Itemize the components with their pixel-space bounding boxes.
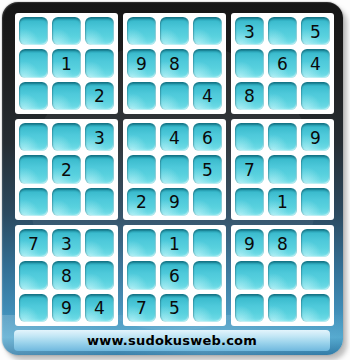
cell-r5c6[interactable]: 5 [193, 155, 222, 183]
cell-r1c8[interactable] [268, 17, 297, 45]
cell-r9c8[interactable] [268, 294, 297, 322]
cell-digit: 9 [136, 56, 147, 73]
cell-r5c2[interactable]: 2 [52, 155, 81, 183]
cell-digit: 5 [169, 300, 180, 317]
cell-r1c1[interactable] [19, 17, 48, 45]
cell-r3c5[interactable] [160, 82, 189, 110]
cell-r4c7[interactable] [235, 123, 264, 151]
cell-digit: 9 [310, 130, 321, 147]
cell-r2c6[interactable] [193, 49, 222, 77]
cell-r5c8[interactable] [268, 155, 297, 183]
cell-r3c6[interactable]: 4 [193, 82, 222, 110]
cell-digit: 8 [277, 236, 288, 253]
cell-digit: 8 [169, 56, 180, 73]
cell-r1c6[interactable] [193, 17, 222, 45]
cell-r9c1[interactable] [19, 294, 48, 322]
cell-r1c3[interactable] [85, 17, 114, 45]
cell-r4c9[interactable]: 9 [301, 123, 330, 151]
cell-r3c7[interactable]: 8 [235, 82, 264, 110]
cell-r5c4[interactable] [127, 155, 156, 183]
cell-r9c6[interactable] [193, 294, 222, 322]
cell-r3c4[interactable] [127, 82, 156, 110]
cell-r8c3[interactable] [85, 261, 114, 289]
cell-r2c4[interactable]: 9 [127, 49, 156, 77]
cell-r8c2[interactable]: 8 [52, 261, 81, 289]
cell-r1c5[interactable] [160, 17, 189, 45]
cell-digit: 9 [169, 194, 180, 211]
cell-r7c2[interactable]: 3 [52, 229, 81, 257]
cell-r6c3[interactable] [85, 188, 114, 216]
cell-digit: 9 [244, 236, 255, 253]
box-8: 1675 [123, 225, 226, 326]
cell-r8c5[interactable]: 6 [160, 261, 189, 289]
cell-r1c7[interactable]: 3 [235, 17, 264, 45]
cell-r1c9[interactable]: 5 [301, 17, 330, 45]
cell-r8c6[interactable] [193, 261, 222, 289]
cell-r5c9[interactable] [301, 155, 330, 183]
footer-band: www.sudokusweb.com [14, 330, 330, 351]
cell-r7c6[interactable] [193, 229, 222, 257]
cell-r3c1[interactable] [19, 82, 48, 110]
cell-digit: 6 [202, 130, 213, 147]
cell-r6c9[interactable] [301, 188, 330, 216]
cell-r8c8[interactable] [268, 261, 297, 289]
cell-r9c4[interactable]: 7 [127, 294, 156, 322]
cell-r7c4[interactable] [127, 229, 156, 257]
cell-r3c2[interactable] [52, 82, 81, 110]
cell-r4c4[interactable] [127, 123, 156, 151]
cell-r9c5[interactable]: 5 [160, 294, 189, 322]
cell-r7c5[interactable]: 1 [160, 229, 189, 257]
box-7: 73894 [15, 225, 118, 326]
cell-r5c7[interactable]: 7 [235, 155, 264, 183]
cell-r6c5[interactable]: 9 [160, 188, 189, 216]
cell-digit: 8 [244, 88, 255, 105]
cell-r3c9[interactable] [301, 82, 330, 110]
board-boxes: 1298435648324652997173894167598 [15, 13, 334, 326]
cell-r2c8[interactable]: 6 [268, 49, 297, 77]
cell-digit: 3 [61, 236, 72, 253]
cell-digit: 5 [202, 162, 213, 179]
cell-digit: 1 [277, 194, 288, 211]
cell-digit: 7 [136, 300, 147, 317]
cell-r5c1[interactable] [19, 155, 48, 183]
cell-r2c1[interactable] [19, 49, 48, 77]
cell-digit: 4 [202, 88, 213, 105]
cell-r8c7[interactable] [235, 261, 264, 289]
cell-r5c5[interactable] [160, 155, 189, 183]
cell-r9c7[interactable] [235, 294, 264, 322]
cell-digit: 2 [136, 194, 147, 211]
cell-r6c8[interactable]: 1 [268, 188, 297, 216]
cell-digit: 5 [310, 24, 321, 41]
cell-r7c1[interactable]: 7 [19, 229, 48, 257]
cell-digit: 4 [169, 130, 180, 147]
cell-digit: 2 [61, 162, 72, 179]
cell-r4c1[interactable] [19, 123, 48, 151]
cell-r9c9[interactable] [301, 294, 330, 322]
cell-r6c7[interactable] [235, 188, 264, 216]
cell-r6c6[interactable] [193, 188, 222, 216]
box-3: 35648 [231, 13, 334, 114]
cell-r2c5[interactable]: 8 [160, 49, 189, 77]
cell-r4c6[interactable]: 6 [193, 123, 222, 151]
site-url: www.sudokusweb.com [87, 333, 257, 348]
cell-r7c9[interactable] [301, 229, 330, 257]
cell-digit: 3 [94, 130, 105, 147]
box-2: 984 [123, 13, 226, 114]
box-4: 32 [15, 119, 118, 220]
cell-r3c3[interactable]: 2 [85, 82, 114, 110]
box-9: 98 [231, 225, 334, 326]
cell-digit: 1 [61, 56, 72, 73]
cell-r9c3[interactable]: 4 [85, 294, 114, 322]
cell-digit: 6 [277, 56, 288, 73]
cell-r8c1[interactable] [19, 261, 48, 289]
cell-digit: 4 [310, 56, 321, 73]
cell-r4c3[interactable]: 3 [85, 123, 114, 151]
cell-r3c8[interactable] [268, 82, 297, 110]
cell-r6c1[interactable] [19, 188, 48, 216]
cell-r8c4[interactable] [127, 261, 156, 289]
cell-r8c9[interactable] [301, 261, 330, 289]
cell-digit: 7 [28, 236, 39, 253]
cell-digit: 4 [94, 300, 105, 317]
cell-r9c2[interactable]: 9 [52, 294, 81, 322]
cell-r1c2[interactable] [52, 17, 81, 45]
cell-digit: 3 [244, 24, 255, 41]
cell-r2c7[interactable] [235, 49, 264, 77]
cell-r7c7[interactable]: 9 [235, 229, 264, 257]
cell-digit: 2 [94, 88, 105, 105]
cell-r7c3[interactable] [85, 229, 114, 257]
sudoku-board: 1298435648324652997173894167598 www.sudo… [2, 2, 343, 355]
box-5: 46529 [123, 119, 226, 220]
cell-r2c3[interactable] [85, 49, 114, 77]
cell-digit: 8 [61, 268, 72, 285]
cell-r6c4[interactable]: 2 [127, 188, 156, 216]
box-6: 971 [231, 119, 334, 220]
cell-r2c2[interactable]: 1 [52, 49, 81, 77]
cell-r4c2[interactable] [52, 123, 81, 151]
cell-digit: 6 [169, 268, 180, 285]
cell-r4c5[interactable]: 4 [160, 123, 189, 151]
cell-digit: 7 [244, 162, 255, 179]
page: 1298435648324652997173894167598 www.sudo… [0, 0, 350, 360]
cell-r6c2[interactable] [52, 188, 81, 216]
cell-digit: 9 [61, 300, 72, 317]
box-1: 12 [15, 13, 118, 114]
cell-r2c9[interactable]: 4 [301, 49, 330, 77]
cell-r5c3[interactable] [85, 155, 114, 183]
cell-r1c4[interactable] [127, 17, 156, 45]
cell-r4c8[interactable] [268, 123, 297, 151]
cell-r7c8[interactable]: 8 [268, 229, 297, 257]
cell-digit: 1 [169, 236, 180, 253]
